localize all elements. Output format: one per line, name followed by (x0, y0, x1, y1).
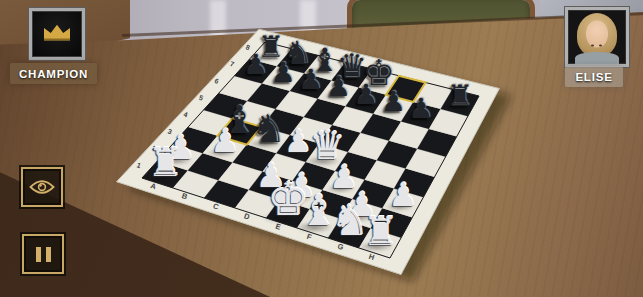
white-rook-a1[interactable]: ♜ (147, 143, 182, 183)
black-pawn-b7[interactable]: ♟ (271, 59, 296, 87)
player-name-left: CHAMPION (10, 63, 97, 84)
white-pawn-d4[interactable]: ♟ (284, 125, 312, 156)
eye-button[interactable] (21, 167, 63, 207)
black-pawn-e7[interactable]: ♟ (353, 81, 378, 109)
eye-icon (29, 179, 55, 195)
avatar-eye (599, 44, 602, 46)
avatar-shirt (575, 52, 619, 66)
white-rook-h1[interactable]: ♜ (362, 212, 397, 252)
white-pawn-b3[interactable]: ♟ (210, 125, 239, 158)
opponent-avatar (565, 7, 629, 67)
avatar-face (586, 20, 608, 47)
black-pawn-g7[interactable]: ♟ (409, 96, 434, 124)
black-rook-h8[interactable]: ♜ (447, 81, 474, 111)
crown-icon-band (44, 36, 70, 40)
avatar-eye (591, 44, 594, 46)
black-pawn-f7[interactable]: ♟ (381, 88, 406, 116)
black-knight-c4[interactable]: ♞ (252, 110, 286, 148)
white-pawn-h3[interactable]: ♟ (388, 179, 417, 212)
black-pawn-d7[interactable]: ♟ (326, 74, 351, 102)
black-pawn-c7[interactable]: ♟ (298, 66, 323, 94)
pause-icon (36, 247, 51, 262)
black-pawn-a7[interactable]: ♟ (243, 52, 268, 80)
pause-button[interactable] (22, 234, 64, 274)
champion-badge (29, 8, 85, 60)
game-scene: ABCDEFGH12345678 ♜♞♝♛♚♜♟♟♟♟♟♟♟♝♞♟♛♟♟♟♟♟♟… (0, 0, 643, 297)
player-name-right: ELISE (565, 66, 623, 87)
